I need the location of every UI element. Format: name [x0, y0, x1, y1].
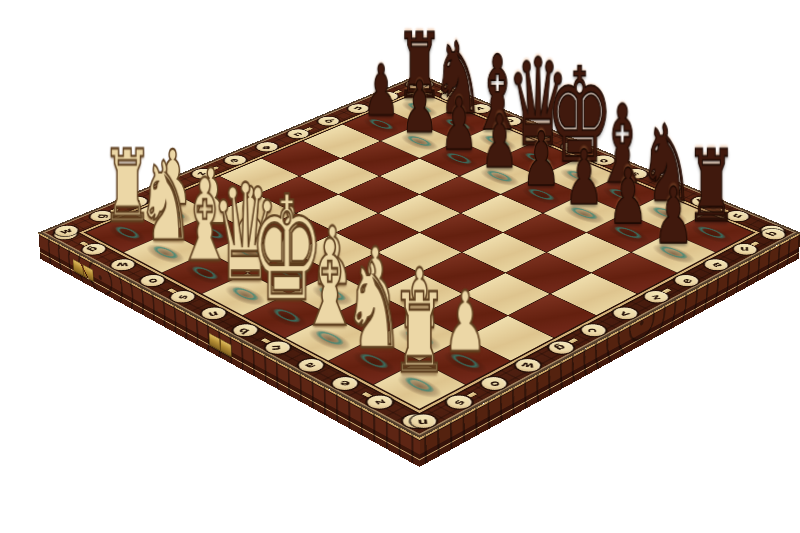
medallion-glyph: a — [707, 261, 725, 269]
border-trim-bar — [304, 127, 313, 131]
border-medallion: o — [477, 375, 512, 393]
piece-black-pawn-c7[interactable]: ♟ — [440, 89, 478, 162]
border-medallion: e — [670, 273, 702, 289]
medallion-glyph: o — [143, 277, 161, 285]
piece-black-pawn-a7[interactable]: ♟ — [363, 57, 400, 128]
border-medallion: c — [577, 322, 610, 339]
piece-white-rook-h1[interactable]: ♜ — [391, 279, 448, 389]
border-medallion: o — [136, 273, 168, 289]
medallion-glyph: g — [552, 343, 570, 353]
medallion-glyph: n — [740, 246, 750, 254]
medallion-glyph: o — [409, 82, 424, 87]
border-medallion: e — [328, 375, 363, 393]
border-medallion: a — [294, 357, 328, 375]
border-medallion: g — [544, 339, 578, 356]
medallion-glyph: u — [418, 416, 430, 426]
chess-set-photo: ♜♞♝♛♚♝♞♜♟♟♟♟♟♟♟♟♟♟♟♟♟♟♟♟♜♞♝♛♚♝♞♜ ezvcgwo… — [0, 0, 800, 533]
medallion-glyph: q — [321, 119, 336, 123]
border-trim-bar — [568, 338, 578, 343]
border-medallion: v — [609, 305, 642, 321]
medallion-glyph: n — [290, 130, 306, 137]
medallion-glyph: a — [262, 144, 273, 151]
medallion-glyph: w — [520, 360, 537, 370]
medallion-glyph: g — [85, 245, 103, 253]
medallion-glyph: s — [174, 294, 192, 300]
medallion-glyph: z — [444, 95, 458, 99]
border-medallion: w — [511, 357, 545, 375]
medallion-glyph: s — [450, 398, 469, 407]
medallion-glyph: u — [207, 309, 221, 318]
medallion-glyph: e — [338, 379, 351, 388]
medallion-glyph: e — [678, 277, 695, 284]
medallion-glyph: z — [370, 398, 389, 406]
medallion-glyph: v — [617, 309, 633, 318]
medallion-glyph: g — [93, 214, 109, 219]
board-grid: ♜♞♝♛♚♝♞♜♟♟♟♟♟♟♟♟♟♟♟♟♟♟♟♟♜♞♝♛♚♝♞♜ — [86, 92, 752, 409]
medallion-glyph: q — [237, 326, 254, 336]
medallion-glyph: z — [650, 293, 663, 301]
piece-black-pawn-d7[interactable]: ♟ — [480, 106, 518, 180]
medallion-glyph: o — [599, 157, 608, 164]
medallion-glyph: n — [269, 345, 286, 351]
piece-black-pawn-g7[interactable]: ♟ — [608, 159, 648, 236]
border-medallion: n — [729, 242, 760, 257]
border-medallion: q — [229, 322, 262, 339]
piece-black-pawn-f7[interactable]: ♟ — [564, 141, 603, 217]
border-trim-bar — [467, 392, 477, 397]
medallion-glyph: c — [585, 328, 602, 332]
medallion-glyph: o — [484, 380, 503, 388]
chess-board: ♜♞♝♛♚♝♞♜♟♟♟♟♟♟♟♟♟♟♟♟♟♟♟♟♜♞♝♛♚♝♞♜ ezvcgwo… — [38, 74, 800, 438]
piece-black-pawn-h7[interactable]: ♟ — [653, 178, 693, 256]
border-medallion: a — [700, 257, 732, 272]
border-medallion: w — [107, 257, 139, 272]
medallion-glyph: a — [302, 361, 320, 371]
piece-white-pawn-h2[interactable]: ♟ — [443, 281, 486, 365]
medallion-glyph: w — [116, 261, 130, 268]
border-medallion: u — [197, 305, 230, 321]
